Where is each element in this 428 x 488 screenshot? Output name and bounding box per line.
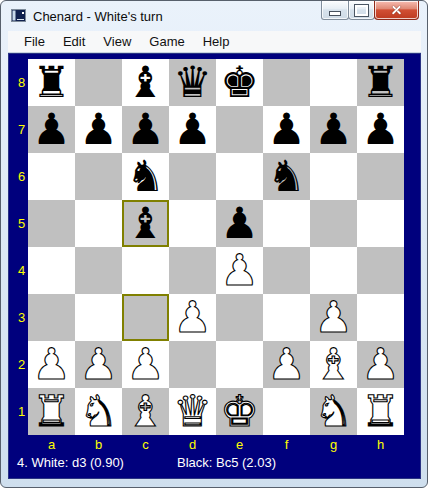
white-pawn: ♟ [173,294,212,341]
white-queen: ♛ [173,388,212,435]
black-queen: ♛ [173,59,212,106]
white-pawn: ♟ [126,341,165,388]
white-bishop: ♝ [126,388,165,435]
square-d8[interactable]: ♛ [169,59,216,106]
status-white-move: 4. White: d3 (0.90) [17,455,124,470]
maximize-icon [355,5,368,16]
square-g7[interactable]: ♟ [310,106,357,153]
square-a3[interactable] [28,294,75,341]
titlebar[interactable]: Chenard - White's turn [1,1,427,31]
square-e3[interactable] [216,294,263,341]
white-pawn: ♟ [220,247,259,294]
square-b7[interactable]: ♟ [75,106,122,153]
black-pawn: ♟ [314,106,353,153]
square-f3[interactable] [263,294,310,341]
square-g3[interactable]: ♟ [310,294,357,341]
square-d6[interactable] [169,153,216,200]
square-f5[interactable] [263,200,310,247]
white-knight: ♞ [314,388,353,435]
square-a5[interactable] [28,200,75,247]
square-g4[interactable] [310,247,357,294]
square-e1[interactable]: ♚ [216,388,263,435]
white-pawn: ♟ [79,341,118,388]
black-pawn: ♟ [361,106,400,153]
square-d3[interactable]: ♟ [169,294,216,341]
square-h5[interactable] [357,200,404,247]
window-title: Chenard - White's turn [33,9,163,24]
square-h1[interactable]: ♜ [357,388,404,435]
square-g1[interactable]: ♞ [310,388,357,435]
square-g5[interactable] [310,200,357,247]
white-rook: ♜ [32,388,71,435]
square-a2[interactable]: ♟ [28,341,75,388]
square-c5[interactable]: ♝ [122,200,169,247]
square-b8[interactable] [75,59,122,106]
black-pawn: ♟ [32,106,71,153]
file-label-h: h [357,437,404,453]
rank-label-1: 1 [8,388,28,435]
file-label-c: c [122,437,169,453]
square-e7[interactable] [216,106,263,153]
black-king: ♚ [220,59,259,106]
minimize-button[interactable] [321,1,349,20]
square-d2[interactable] [169,341,216,388]
file-labels: abcdefgh [28,437,404,453]
status-black-move: Black: Bc5 (2.03) [177,455,276,470]
white-king: ♚ [220,388,259,435]
square-b6[interactable] [75,153,122,200]
app-window: Chenard - White's turn FileEditViewGameH… [0,0,428,488]
black-pawn: ♟ [79,106,118,153]
white-knight: ♞ [79,388,118,435]
square-c3[interactable] [122,294,169,341]
square-a4[interactable] [28,247,75,294]
close-button[interactable] [374,1,419,20]
white-bishop: ♝ [314,341,353,388]
white-pawn: ♟ [314,294,353,341]
square-g2[interactable]: ♝ [310,341,357,388]
black-bishop: ♝ [126,200,165,247]
file-label-f: f [263,437,310,453]
square-e8[interactable]: ♚ [216,59,263,106]
square-a7[interactable]: ♟ [28,106,75,153]
white-pawn: ♟ [32,341,71,388]
window-controls [322,1,419,20]
square-f1[interactable] [263,388,310,435]
minimize-icon [329,11,341,16]
square-f6[interactable]: ♞ [263,153,310,200]
square-f4[interactable] [263,247,310,294]
square-d7[interactable]: ♟ [169,106,216,153]
square-d5[interactable] [169,200,216,247]
square-h6[interactable] [357,153,404,200]
square-e6[interactable] [216,153,263,200]
white-pawn: ♟ [361,341,400,388]
square-e2[interactable] [216,341,263,388]
square-h4[interactable] [357,247,404,294]
square-h2[interactable]: ♟ [357,341,404,388]
square-h3[interactable] [357,294,404,341]
square-d4[interactable] [169,247,216,294]
file-label-b: b [75,437,122,453]
square-d1[interactable]: ♛ [169,388,216,435]
black-pawn: ♟ [267,106,306,153]
square-h8[interactable]: ♜ [357,59,404,106]
square-a8[interactable]: ♜ [28,59,75,106]
rank-label-2: 2 [8,341,28,388]
menu-item-game[interactable]: Game [140,31,193,52]
rank-label-5: 5 [8,200,28,247]
square-c6[interactable]: ♞ [122,153,169,200]
black-bishop: ♝ [126,59,165,106]
square-c1[interactable]: ♝ [122,388,169,435]
app-icon [11,8,27,24]
black-rook: ♜ [32,59,71,106]
square-a6[interactable] [28,153,75,200]
rank-label-3: 3 [8,294,28,341]
black-knight: ♞ [267,153,306,200]
menu-item-view[interactable]: View [94,31,140,52]
menubar: FileEditViewGameHelp [8,31,421,53]
square-c7[interactable]: ♟ [122,106,169,153]
square-f2[interactable]: ♟ [263,341,310,388]
square-e4[interactable]: ♟ [216,247,263,294]
square-b4[interactable] [75,247,122,294]
rank-label-4: 4 [8,247,28,294]
file-label-e: e [216,437,263,453]
maximize-button[interactable] [348,1,375,20]
menu-item-edit[interactable]: Edit [54,31,94,52]
file-label-g: g [310,437,357,453]
file-label-a: a [28,437,75,453]
square-g8[interactable] [310,59,357,106]
rank-label-8: 8 [8,59,28,106]
black-rook: ♜ [361,59,400,106]
square-c2[interactable]: ♟ [122,341,169,388]
white-rook: ♜ [361,388,400,435]
black-pawn: ♟ [126,106,165,153]
white-pawn: ♟ [267,341,306,388]
rank-labels: 87654321 [8,59,28,435]
client-area: 87654321 ♜♝♛♚♜♟♟♟♟♟♟♟♞♞♝♟♟♟♟♟♟♟♟♝♟♜♞♝♛♚♞… [8,53,421,479]
menu-item-help[interactable]: Help [194,31,239,52]
square-b3[interactable] [75,294,122,341]
file-label-d: d [169,437,216,453]
square-b2[interactable]: ♟ [75,341,122,388]
square-e5[interactable]: ♟ [216,200,263,247]
square-g6[interactable] [310,153,357,200]
menu-item-file[interactable]: File [15,31,54,52]
rank-label-6: 6 [8,153,28,200]
square-b5[interactable] [75,200,122,247]
black-pawn: ♟ [173,106,212,153]
close-icon [390,5,403,16]
square-h7[interactable]: ♟ [357,106,404,153]
board: ♜♝♛♚♜♟♟♟♟♟♟♟♞♞♝♟♟♟♟♟♟♟♟♝♟♜♞♝♛♚♞♜ [28,59,404,435]
square-a1[interactable]: ♜ [28,388,75,435]
black-pawn: ♟ [220,200,259,247]
square-b1[interactable]: ♞ [75,388,122,435]
square-c8[interactable]: ♝ [122,59,169,106]
black-knight: ♞ [126,153,165,200]
rank-label-7: 7 [8,106,28,153]
square-f7[interactable]: ♟ [263,106,310,153]
square-f8[interactable] [263,59,310,106]
square-c4[interactable] [122,247,169,294]
